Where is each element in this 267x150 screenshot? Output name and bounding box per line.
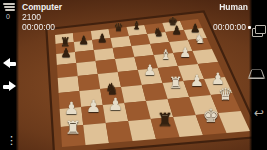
piece-white-♟-g5[interactable]: ♟ bbox=[179, 46, 192, 59]
captured-count: 0 bbox=[6, 13, 10, 20]
piece-black-♟-b7[interactable]: ♟ bbox=[78, 35, 90, 47]
square-b5[interactable] bbox=[76, 61, 98, 76]
human-clock-row: 00:00:00 bbox=[213, 22, 251, 32]
computer-rating: 2100 bbox=[22, 12, 41, 22]
piece-white-♛-h2[interactable]: ♛ bbox=[217, 87, 234, 104]
piece-white-♟-c2[interactable]: ♟ bbox=[107, 97, 124, 114]
piece-white-♜-a1[interactable]: ♜ bbox=[64, 119, 82, 137]
square-e7[interactable] bbox=[129, 34, 150, 46]
square-d4[interactable] bbox=[118, 70, 142, 87]
piece-white-♟-a2[interactable]: ♟ bbox=[63, 101, 80, 118]
piece-white-♝-f5[interactable]: ♝ bbox=[159, 48, 172, 61]
piece-black-♟-g7[interactable]: ♟ bbox=[171, 25, 183, 37]
chess-app-screen: { "game": "chess", "app_title": "3D Ches… bbox=[0, 0, 267, 150]
computer-clock: 00:00:00 bbox=[22, 22, 55, 32]
piece-white-♞-h6[interactable]: ♞ bbox=[194, 33, 206, 45]
square-b6[interactable] bbox=[75, 50, 96, 63]
piece-white-♜-f3[interactable]: ♜ bbox=[168, 75, 184, 91]
back-arrow-icon[interactable] bbox=[3, 58, 16, 69]
overflow-menu-icon[interactable]: ⋮ bbox=[6, 135, 17, 146]
square-c1[interactable] bbox=[106, 121, 133, 143]
piece-black-♟-c7[interactable]: ♟ bbox=[97, 33, 109, 45]
square-d5[interactable] bbox=[115, 57, 138, 72]
forward-arrow-icon[interactable] bbox=[3, 81, 16, 92]
piece-black-♟-a6[interactable]: ♟ bbox=[60, 47, 72, 59]
left-toolbar: 0 ⋮ bbox=[0, 0, 19, 150]
piece-white-♟-e4[interactable]: ♟ bbox=[143, 63, 157, 77]
player-name-human: Human bbox=[219, 2, 248, 12]
square-d6[interactable] bbox=[113, 46, 135, 59]
piece-white-♟-b2[interactable]: ♟ bbox=[85, 99, 102, 116]
piece-black-♛-d8[interactable]: ♛ bbox=[113, 22, 124, 33]
captured-pieces-icon[interactable] bbox=[3, 3, 15, 12]
right-toolbar: ↩ bbox=[249, 0, 267, 150]
active-clock-dot bbox=[248, 26, 251, 29]
piece-white-♟-g3[interactable]: ♟ bbox=[189, 73, 205, 89]
piece-white-♚-g1[interactable]: ♚ bbox=[202, 107, 220, 125]
square-b1[interactable] bbox=[83, 123, 109, 145]
piece-black-♞-f7[interactable]: ♞ bbox=[152, 27, 164, 39]
square-a5[interactable] bbox=[57, 63, 78, 78]
player-name-computer: Computer bbox=[22, 2, 62, 12]
square-d3[interactable] bbox=[121, 85, 146, 103]
square-c6[interactable] bbox=[94, 48, 115, 61]
square-d7[interactable] bbox=[111, 36, 132, 48]
square-b4[interactable] bbox=[78, 74, 101, 91]
square-d2[interactable] bbox=[124, 101, 150, 121]
piece-black-♜-e1[interactable]: ♜ bbox=[156, 111, 174, 129]
piece-black-♝-e8[interactable]: ♝ bbox=[131, 20, 142, 31]
square-e6[interactable] bbox=[132, 44, 154, 57]
human-clock: 00:00:00 bbox=[213, 22, 246, 32]
flip-view-icon[interactable] bbox=[248, 69, 266, 78]
square-a4[interactable] bbox=[58, 76, 80, 93]
copy-moves-icon[interactable] bbox=[252, 28, 263, 37]
square-c5[interactable] bbox=[96, 59, 118, 74]
undo-icon[interactable]: ↩ bbox=[254, 106, 264, 120]
